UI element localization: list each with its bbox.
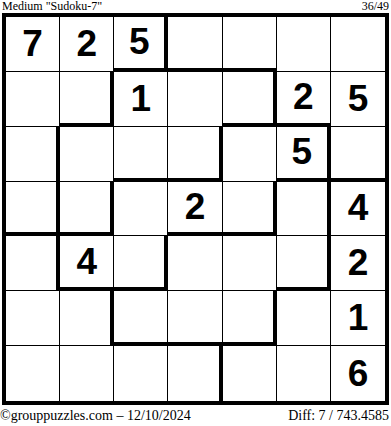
cell-r6c1[interactable] [6,291,60,346]
cell-r3c4[interactable] [168,127,222,182]
cell-r2c4[interactable] [168,72,222,127]
cell-r3c5[interactable] [223,127,277,182]
cell-r1c2: 2 [60,17,114,72]
cell-r6c4[interactable] [168,291,222,346]
cell-r5c2: 4 [60,236,114,291]
cell-r6c7: 1 [331,291,385,346]
cell-r5c4[interactable] [168,236,222,291]
cell-r4c7: 4 [331,182,385,237]
cell-r7c4[interactable] [168,346,222,401]
cell-r5c6[interactable] [277,236,331,291]
cell-r4c2[interactable] [60,182,114,237]
cell-r1c3: 5 [114,17,168,72]
cell-r3c1[interactable] [6,127,60,182]
cell-r3c6: 5 [277,127,331,182]
cell-r4c6[interactable] [277,182,331,237]
cell-r1c7[interactable] [331,17,385,72]
cell-r4c3[interactable] [114,182,168,237]
cell-r7c5[interactable] [223,346,277,401]
cell-r6c5[interactable] [223,291,277,346]
cell-r6c2[interactable] [60,291,114,346]
copyright-date: ©grouppuzzles.com – 12/10/2024 [0,407,191,425]
cell-r1c5[interactable] [223,17,277,72]
cell-r2c1[interactable] [6,72,60,127]
difficulty-label: Diff: 7 / 743.4585 [288,407,389,425]
progress-counter: 36/49 [362,0,389,13]
cell-r2c5[interactable] [223,72,277,127]
puzzle-title: Medium "Sudoku-7" [2,0,102,13]
cell-r5c7: 2 [331,236,385,291]
cell-r7c3[interactable] [114,346,168,401]
sudoku-board: 7251255244216 [2,13,389,405]
cell-r3c3[interactable] [114,127,168,182]
cell-r7c6[interactable] [277,346,331,401]
cell-r4c1[interactable] [6,182,60,237]
cell-r1c4[interactable] [168,17,222,72]
footer: ©grouppuzzles.com – 12/10/2024 Diff: 7 /… [0,407,389,425]
puzzle-page: Medium "Sudoku-7" 36/49 7251255244216 ©g… [0,0,391,426]
cell-r4c4: 2 [168,182,222,237]
cell-r2c6: 2 [277,72,331,127]
cell-r7c1[interactable] [6,346,60,401]
cell-r7c7: 6 [331,346,385,401]
cell-r4c5[interactable] [223,182,277,237]
cell-r6c6[interactable] [277,291,331,346]
cell-r1c1: 7 [6,17,60,72]
cell-r5c3[interactable] [114,236,168,291]
cell-r1c6[interactable] [277,17,331,72]
cell-r7c2[interactable] [60,346,114,401]
cell-r5c5[interactable] [223,236,277,291]
cell-r6c3[interactable] [114,291,168,346]
cell-r3c2[interactable] [60,127,114,182]
cell-r3c7[interactable] [331,127,385,182]
cell-r2c3: 1 [114,72,168,127]
header: Medium "Sudoku-7" 36/49 [2,0,389,13]
cell-r2c7: 5 [331,72,385,127]
cell-r5c1[interactable] [6,236,60,291]
cell-r2c2[interactable] [60,72,114,127]
